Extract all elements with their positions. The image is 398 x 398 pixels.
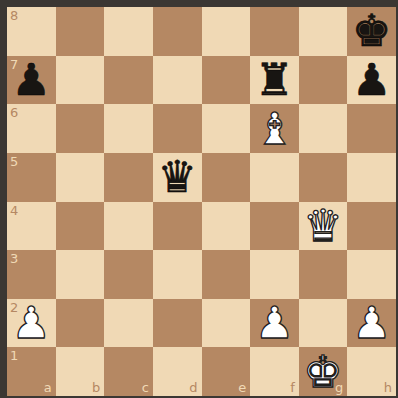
square-f1[interactable]: f (250, 347, 299, 396)
square-h8[interactable]: ♚ (347, 7, 396, 56)
square-h5[interactable] (347, 153, 396, 202)
square-e2[interactable] (202, 299, 251, 348)
rank-label-3: 3 (10, 252, 18, 265)
square-f4[interactable] (250, 202, 299, 251)
piece-white-king[interactable]: ♚ (303, 350, 342, 394)
chess-board-frame: 8♚7♟♜♟6♝5♛4♛32♟♟♟1abcdefg♚h (0, 0, 398, 398)
square-h2[interactable]: ♟ (347, 299, 396, 348)
square-c8[interactable] (104, 7, 153, 56)
square-e8[interactable] (202, 7, 251, 56)
square-a6[interactable]: 6 (7, 104, 56, 153)
square-g3[interactable] (299, 250, 348, 299)
square-d2[interactable] (153, 299, 202, 348)
square-a2[interactable]: 2♟ (7, 299, 56, 348)
rank-label-4: 4 (10, 204, 18, 217)
rank-label-8: 8 (10, 9, 18, 22)
square-f3[interactable] (250, 250, 299, 299)
square-g1[interactable]: g♚ (299, 347, 348, 396)
square-g2[interactable] (299, 299, 348, 348)
square-b4[interactable] (56, 202, 105, 251)
square-b6[interactable] (56, 104, 105, 153)
square-b5[interactable] (56, 153, 105, 202)
piece-white-pawn[interactable]: ♟ (352, 301, 391, 345)
square-f6[interactable]: ♝ (250, 104, 299, 153)
square-h7[interactable]: ♟ (347, 56, 396, 105)
piece-white-pawn[interactable]: ♟ (12, 301, 51, 345)
piece-black-pawn[interactable]: ♟ (352, 58, 391, 102)
square-b7[interactable] (56, 56, 105, 105)
square-a5[interactable]: 5 (7, 153, 56, 202)
square-f2[interactable]: ♟ (250, 299, 299, 348)
square-d6[interactable] (153, 104, 202, 153)
rank-label-5: 5 (10, 155, 18, 168)
square-b3[interactable] (56, 250, 105, 299)
file-label-f: f (290, 381, 295, 394)
square-h3[interactable] (347, 250, 396, 299)
square-d8[interactable] (153, 7, 202, 56)
square-h6[interactable] (347, 104, 396, 153)
square-e5[interactable] (202, 153, 251, 202)
square-e7[interactable] (202, 56, 251, 105)
square-e3[interactable] (202, 250, 251, 299)
square-c2[interactable] (104, 299, 153, 348)
square-a4[interactable]: 4 (7, 202, 56, 251)
file-label-c: c (142, 381, 149, 394)
square-g5[interactable] (299, 153, 348, 202)
piece-black-rook[interactable]: ♜ (255, 58, 294, 102)
file-label-a: a (44, 381, 52, 394)
rank-label-6: 6 (10, 106, 18, 119)
piece-white-pawn[interactable]: ♟ (255, 301, 294, 345)
square-h1[interactable]: h (347, 347, 396, 396)
square-b2[interactable] (56, 299, 105, 348)
piece-black-king[interactable]: ♚ (352, 9, 391, 53)
rank-label-1: 1 (10, 349, 18, 362)
file-label-h: h (384, 381, 392, 394)
chess-board: 8♚7♟♜♟6♝5♛4♛32♟♟♟1abcdefg♚h (7, 7, 396, 396)
square-g7[interactable] (299, 56, 348, 105)
square-h4[interactable] (347, 202, 396, 251)
square-f7[interactable]: ♜ (250, 56, 299, 105)
square-c3[interactable] (104, 250, 153, 299)
file-label-b: b (92, 381, 100, 394)
square-c4[interactable] (104, 202, 153, 251)
square-g6[interactable] (299, 104, 348, 153)
square-a8[interactable]: 8 (7, 7, 56, 56)
square-g8[interactable] (299, 7, 348, 56)
piece-black-queen[interactable]: ♛ (157, 155, 196, 199)
square-b1[interactable]: b (56, 347, 105, 396)
piece-black-pawn[interactable]: ♟ (12, 58, 51, 102)
square-g4[interactable]: ♛ (299, 202, 348, 251)
square-c1[interactable]: c (104, 347, 153, 396)
square-d1[interactable]: d (153, 347, 202, 396)
square-c6[interactable] (104, 104, 153, 153)
piece-white-bishop[interactable]: ♝ (255, 107, 294, 151)
square-f5[interactable] (250, 153, 299, 202)
square-d4[interactable] (153, 202, 202, 251)
square-d5[interactable]: ♛ (153, 153, 202, 202)
square-b8[interactable] (56, 7, 105, 56)
square-d3[interactable] (153, 250, 202, 299)
square-e1[interactable]: e (202, 347, 251, 396)
square-e4[interactable] (202, 202, 251, 251)
square-a7[interactable]: 7♟ (7, 56, 56, 105)
file-label-e: e (238, 381, 246, 394)
square-c5[interactable] (104, 153, 153, 202)
square-a1[interactable]: 1a (7, 347, 56, 396)
square-c7[interactable] (104, 56, 153, 105)
square-e6[interactable] (202, 104, 251, 153)
file-label-d: d (189, 381, 197, 394)
piece-white-queen[interactable]: ♛ (303, 204, 342, 248)
square-f8[interactable] (250, 7, 299, 56)
square-d7[interactable] (153, 56, 202, 105)
square-a3[interactable]: 3 (7, 250, 56, 299)
